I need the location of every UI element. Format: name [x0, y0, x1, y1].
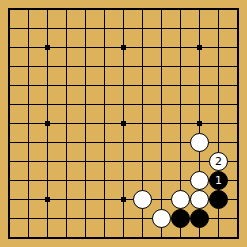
- grid-line-horizontal: [9, 237, 238, 238]
- white-stone: [133, 190, 152, 209]
- white-stone: [152, 209, 171, 228]
- go-board-diagram: 21: [0, 0, 247, 247]
- white-stone: [190, 133, 209, 152]
- move-number-label: 2: [215, 156, 222, 167]
- move-number-label: 1: [215, 175, 222, 186]
- star-point: [121, 121, 126, 126]
- star-point: [197, 121, 202, 126]
- black-stone: 1: [209, 171, 228, 190]
- white-stone: [171, 190, 190, 209]
- white-stone: [190, 171, 209, 190]
- star-point: [121, 45, 126, 50]
- grid-line-horizontal: [9, 161, 238, 162]
- grid-line-vertical: [161, 9, 162, 238]
- star-point: [45, 121, 50, 126]
- star-point: [121, 197, 126, 202]
- white-stone: 2: [209, 152, 228, 171]
- go-board: 21: [0, 0, 247, 247]
- grid-line-vertical: [237, 9, 238, 238]
- black-stone: [209, 190, 228, 209]
- star-point: [45, 197, 50, 202]
- star-point: [45, 45, 50, 50]
- star-point: [197, 45, 202, 50]
- black-stone: [171, 209, 190, 228]
- white-stone: [190, 190, 209, 209]
- black-stone: [190, 209, 209, 228]
